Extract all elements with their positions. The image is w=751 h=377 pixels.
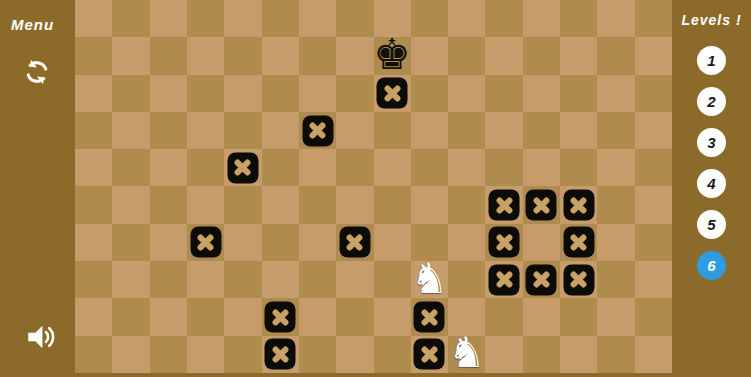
- board-cell: [560, 149, 597, 186]
- board-cell: [112, 112, 149, 149]
- board-cell: [523, 75, 560, 112]
- board-cell: [374, 186, 411, 223]
- board-cell: [262, 37, 299, 74]
- board-cell: [448, 186, 485, 223]
- board-cell: [187, 186, 224, 223]
- board-cell: [411, 149, 448, 186]
- board-cell: [262, 112, 299, 149]
- board-cell: [224, 298, 261, 335]
- white-knight-piece[interactable]: ♞: [448, 332, 486, 374]
- target-tile[interactable]: [526, 264, 557, 295]
- board-cell[interactable]: [560, 186, 597, 223]
- board-cell: [112, 186, 149, 223]
- board-cell: [299, 336, 336, 373]
- board-cell: [187, 149, 224, 186]
- target-tile[interactable]: [414, 302, 445, 333]
- board-cell: [299, 149, 336, 186]
- board-cell: [374, 112, 411, 149]
- board-cell[interactable]: [411, 298, 448, 335]
- board-cell: [224, 0, 261, 37]
- target-tile[interactable]: [339, 227, 370, 258]
- board-cell[interactable]: ♞: [448, 336, 485, 373]
- level-button-1[interactable]: 1: [697, 46, 726, 75]
- board-cell: [635, 112, 672, 149]
- board-cell: [150, 298, 187, 335]
- board-cell: [485, 37, 522, 74]
- target-tile[interactable]: [489, 264, 520, 295]
- board-cell: [75, 75, 112, 112]
- board-cell: [597, 149, 634, 186]
- board-cell: [336, 298, 373, 335]
- board-cell: [336, 37, 373, 74]
- sound-on-icon[interactable]: [24, 320, 58, 354]
- board-cell: [448, 75, 485, 112]
- level-button-3[interactable]: 3: [697, 128, 726, 157]
- board-cell: [448, 37, 485, 74]
- target-tile[interactable]: [489, 190, 520, 221]
- board-cell: [635, 261, 672, 298]
- board-cell: [336, 186, 373, 223]
- target-tile[interactable]: [489, 227, 520, 258]
- board-cell: [485, 75, 522, 112]
- board-cell: [597, 336, 634, 373]
- board-cell: [635, 75, 672, 112]
- board-cell: [75, 0, 112, 37]
- board-cell: [336, 0, 373, 37]
- board-cell: [187, 37, 224, 74]
- board-cell[interactable]: [523, 261, 560, 298]
- board-cell: [597, 186, 634, 223]
- board-cell: [112, 298, 149, 335]
- board-cell: [112, 0, 149, 37]
- board-cell: [187, 112, 224, 149]
- board-cell: [75, 261, 112, 298]
- board-cell: [523, 224, 560, 261]
- board-cell: [75, 336, 112, 373]
- board-cell: [448, 149, 485, 186]
- board-cell: [299, 261, 336, 298]
- board-cell[interactable]: [485, 224, 522, 261]
- board-cell: [75, 224, 112, 261]
- board-cell: [150, 0, 187, 37]
- board-cell[interactable]: ♞: [411, 261, 448, 298]
- target-tile[interactable]: [526, 190, 557, 221]
- puzzle-board: ♚♞♞: [75, 0, 672, 373]
- board-cell: [75, 149, 112, 186]
- board-cell: [411, 186, 448, 223]
- board-cell: [150, 336, 187, 373]
- board-cell: [448, 0, 485, 37]
- board-cell: [187, 261, 224, 298]
- board-cell: [523, 112, 560, 149]
- board-cell: [448, 112, 485, 149]
- board-cell: [262, 0, 299, 37]
- board-cell: [150, 37, 187, 74]
- board-cell[interactable]: [374, 75, 411, 112]
- board-cell: [187, 336, 224, 373]
- board-cell[interactable]: [523, 186, 560, 223]
- board-cell: [635, 336, 672, 373]
- board-cell: [635, 224, 672, 261]
- board-cell: [635, 37, 672, 74]
- board-cell[interactable]: [485, 186, 522, 223]
- board-cell[interactable]: [336, 224, 373, 261]
- board-cell: [523, 149, 560, 186]
- board-cell: [597, 224, 634, 261]
- board-cell: [150, 112, 187, 149]
- black-king-piece[interactable]: ♚: [373, 34, 411, 76]
- board-cell: [560, 0, 597, 37]
- board-cell: [374, 261, 411, 298]
- board-cell: [112, 37, 149, 74]
- board-cell: [150, 149, 187, 186]
- board-cell: [635, 298, 672, 335]
- board-cell: [560, 37, 597, 74]
- board-cell: [75, 186, 112, 223]
- board-cell: [299, 298, 336, 335]
- board-cell: [597, 37, 634, 74]
- board-cell: [112, 224, 149, 261]
- board-cell: [299, 186, 336, 223]
- board-cell: [560, 298, 597, 335]
- board-cell: [560, 112, 597, 149]
- board-cell[interactable]: [224, 149, 261, 186]
- board-cell: [112, 75, 149, 112]
- board-cell: [262, 149, 299, 186]
- target-tile[interactable]: [190, 227, 221, 258]
- board-cell: [224, 261, 261, 298]
- board-cell: [485, 336, 522, 373]
- board-cell: [150, 186, 187, 223]
- target-tile[interactable]: [302, 115, 333, 146]
- board-cell: [150, 224, 187, 261]
- target-tile[interactable]: [265, 302, 296, 333]
- board-cell[interactable]: [187, 224, 224, 261]
- board-cell[interactable]: [560, 224, 597, 261]
- board-cell: [336, 149, 373, 186]
- board-cell: [411, 0, 448, 37]
- board-cell: [187, 298, 224, 335]
- board-cell: [635, 149, 672, 186]
- board-cell: [523, 298, 560, 335]
- board-cell: [187, 0, 224, 37]
- level-button-5[interactable]: 5: [697, 210, 726, 239]
- left-sidebar: Menu: [0, 0, 75, 377]
- board-cell: [75, 298, 112, 335]
- board-cell: [150, 261, 187, 298]
- board-cell: [224, 37, 261, 74]
- board-cell: [374, 224, 411, 261]
- board-cell: [299, 75, 336, 112]
- board-cell: [560, 75, 597, 112]
- restart-icon[interactable]: [23, 58, 51, 86]
- levels-title: Levels !: [672, 12, 751, 28]
- board-cell: [224, 112, 261, 149]
- board-cell[interactable]: [262, 298, 299, 335]
- board-cell: [485, 112, 522, 149]
- board-cell: [374, 336, 411, 373]
- target-tile[interactable]: [563, 227, 594, 258]
- board-cell: [523, 37, 560, 74]
- board-cell: [635, 0, 672, 37]
- board-cell: [224, 186, 261, 223]
- bottom-border-strip: [0, 373, 751, 377]
- menu-button[interactable]: Menu: [11, 16, 54, 33]
- board-cell: [262, 261, 299, 298]
- target-tile[interactable]: [414, 339, 445, 370]
- board-cell: [597, 112, 634, 149]
- board-cell: [560, 336, 597, 373]
- level-button-4[interactable]: 4: [697, 169, 726, 198]
- board-cell: [224, 224, 261, 261]
- target-tile[interactable]: [563, 264, 594, 295]
- board-cell: [299, 224, 336, 261]
- white-knight-piece[interactable]: ♞: [411, 258, 449, 300]
- board-cell: [262, 224, 299, 261]
- board-cell: [597, 298, 634, 335]
- target-tile[interactable]: [227, 152, 258, 183]
- board-cell: [448, 224, 485, 261]
- board-cell: [262, 186, 299, 223]
- board-cell: [336, 75, 373, 112]
- board-cell: [411, 112, 448, 149]
- board-cell: [112, 261, 149, 298]
- board-cell[interactable]: [299, 112, 336, 149]
- board-cell: [485, 298, 522, 335]
- right-sidebar: Levels ! 123456: [672, 0, 751, 377]
- board-cell[interactable]: [485, 261, 522, 298]
- board-cell: [150, 75, 187, 112]
- board-cell: [262, 75, 299, 112]
- board-cell: [224, 336, 261, 373]
- board-cell: [448, 261, 485, 298]
- board-cell: [336, 261, 373, 298]
- target-tile[interactable]: [265, 339, 296, 370]
- board-cell[interactable]: [560, 261, 597, 298]
- game-window: ♚♞♞ Menu Levels ! 123456: [0, 0, 751, 377]
- level-button-6[interactable]: 6: [697, 251, 726, 280]
- board-cell: [523, 0, 560, 37]
- board-cell: [299, 37, 336, 74]
- target-tile[interactable]: [563, 190, 594, 221]
- board-cell: [597, 75, 634, 112]
- board-cell[interactable]: [411, 336, 448, 373]
- board-cell: [523, 336, 560, 373]
- board-cell: [374, 298, 411, 335]
- board-cell[interactable]: ♚: [374, 37, 411, 74]
- target-tile[interactable]: [377, 78, 408, 109]
- board-cell: [485, 149, 522, 186]
- board-cell: [411, 37, 448, 74]
- board-cell: [187, 75, 224, 112]
- board-cell: [75, 37, 112, 74]
- board-cell: [112, 149, 149, 186]
- board-cell: [597, 0, 634, 37]
- board-cell: [336, 112, 373, 149]
- board-cell: [374, 149, 411, 186]
- board-cell: [336, 336, 373, 373]
- board-cell: [635, 186, 672, 223]
- board-cell: [411, 75, 448, 112]
- board-cell[interactable]: [262, 336, 299, 373]
- board-cell: [299, 0, 336, 37]
- board-cell: [597, 261, 634, 298]
- level-button-2[interactable]: 2: [697, 87, 726, 116]
- board-cell: [112, 336, 149, 373]
- board-cell: [224, 75, 261, 112]
- board-cell: [485, 0, 522, 37]
- board-cell: [75, 112, 112, 149]
